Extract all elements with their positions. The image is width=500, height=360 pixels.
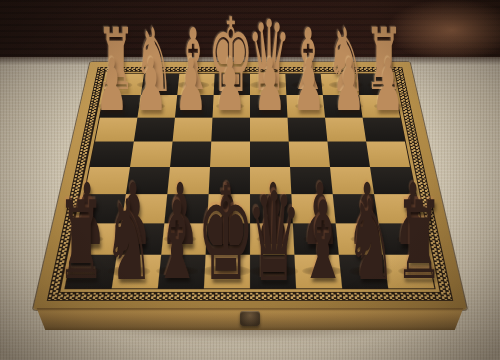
square-g7 bbox=[117, 223, 165, 254]
square-e3 bbox=[211, 118, 250, 142]
square-g6 bbox=[122, 194, 168, 223]
square-e8 bbox=[204, 255, 250, 289]
square-b5 bbox=[330, 167, 374, 194]
square-d8 bbox=[250, 255, 296, 289]
square-a2 bbox=[359, 95, 400, 117]
square-c4 bbox=[289, 142, 330, 167]
square-f7 bbox=[161, 223, 207, 254]
square-g1 bbox=[141, 74, 180, 95]
square-a8 bbox=[383, 255, 434, 289]
square-e2 bbox=[212, 95, 250, 117]
square-d7 bbox=[250, 223, 294, 254]
square-d5 bbox=[250, 167, 291, 194]
square-a4 bbox=[366, 142, 410, 167]
square-b8 bbox=[339, 255, 388, 289]
square-e6 bbox=[207, 194, 250, 223]
square-h8 bbox=[66, 255, 117, 289]
square-e4 bbox=[210, 142, 250, 167]
square-c7 bbox=[293, 223, 339, 254]
square-c3 bbox=[288, 118, 328, 142]
square-h6 bbox=[79, 194, 126, 223]
square-d6 bbox=[250, 194, 293, 223]
square-f5 bbox=[167, 167, 210, 194]
square-g5 bbox=[126, 167, 170, 194]
board-grid bbox=[66, 74, 435, 288]
photo-stage: ♜♞♝♚♛♝♞♜♟♟♟♟♟♟♟♟♟♟♟♟♟♟♟♟♜♞♝♚♛♝♞♜ bbox=[0, 0, 500, 360]
square-a5 bbox=[370, 167, 415, 194]
square-f6 bbox=[164, 194, 208, 223]
square-h4 bbox=[90, 142, 134, 167]
square-b1 bbox=[321, 74, 360, 95]
square-g3 bbox=[134, 118, 175, 142]
square-f1 bbox=[177, 74, 214, 95]
square-g4 bbox=[130, 142, 173, 167]
mosaic-inlay-border bbox=[47, 67, 453, 301]
square-a7 bbox=[378, 223, 427, 254]
square-h1 bbox=[104, 74, 144, 95]
square-g8 bbox=[112, 255, 161, 289]
square-b6 bbox=[333, 194, 379, 223]
inner-frame bbox=[59, 71, 441, 292]
square-c5 bbox=[290, 167, 333, 194]
square-g2 bbox=[137, 95, 177, 117]
square-h2 bbox=[100, 95, 141, 117]
square-b3 bbox=[325, 118, 366, 142]
square-b7 bbox=[336, 223, 384, 254]
square-e5 bbox=[209, 167, 250, 194]
square-a3 bbox=[363, 118, 405, 142]
square-a1 bbox=[356, 74, 396, 95]
square-f8 bbox=[158, 255, 206, 289]
chess-board bbox=[33, 62, 467, 310]
square-d3 bbox=[250, 118, 289, 142]
square-d2 bbox=[250, 95, 288, 117]
square-h7 bbox=[72, 223, 121, 254]
square-d4 bbox=[250, 142, 290, 167]
square-b2 bbox=[323, 95, 363, 117]
square-c1 bbox=[285, 74, 322, 95]
square-f2 bbox=[175, 95, 214, 117]
square-a6 bbox=[374, 194, 421, 223]
square-h3 bbox=[95, 118, 137, 142]
board-scene bbox=[0, 0, 500, 360]
square-f4 bbox=[170, 142, 211, 167]
square-c2 bbox=[286, 95, 325, 117]
square-c6 bbox=[291, 194, 335, 223]
square-e1 bbox=[214, 74, 250, 95]
square-d1 bbox=[250, 74, 286, 95]
square-f3 bbox=[173, 118, 213, 142]
brass-clasp bbox=[240, 311, 260, 326]
square-h5 bbox=[85, 167, 130, 194]
square-e7 bbox=[206, 223, 250, 254]
square-b4 bbox=[327, 142, 370, 167]
square-c8 bbox=[294, 255, 342, 289]
